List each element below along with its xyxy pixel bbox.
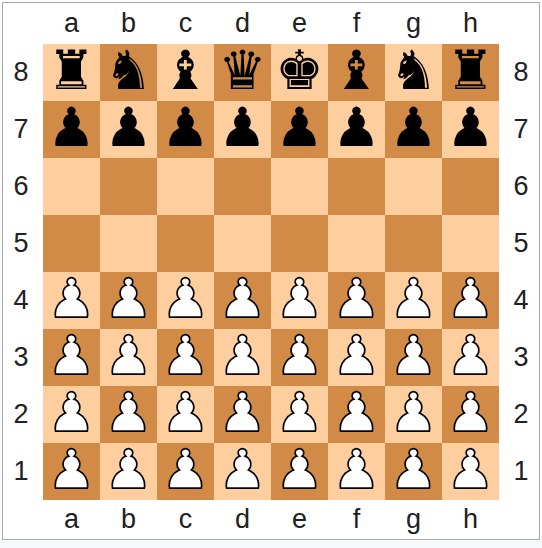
rank-label-left-2: 2 xyxy=(0,386,42,443)
rank-label-left-4: 4 xyxy=(0,272,42,329)
black-pawn-piece: ♟ xyxy=(47,101,95,155)
square-f3: ♟ xyxy=(328,329,385,386)
white-pawn-piece: ♟ xyxy=(218,272,266,326)
rank-labels-left: 87654321 xyxy=(0,44,42,500)
square-c3: ♟ xyxy=(157,329,214,386)
rank-label-left-6: 6 xyxy=(0,158,42,215)
white-pawn-piece: ♟ xyxy=(47,272,95,326)
rank-label-right-3: 3 xyxy=(500,329,542,386)
black-pawn-piece: ♟ xyxy=(389,101,437,155)
square-b4: ♟ xyxy=(100,272,157,329)
white-pawn-piece: ♟ xyxy=(332,443,380,497)
file-label-bottom-f: f xyxy=(328,502,385,536)
rank-label-right-6: 6 xyxy=(500,158,542,215)
file-label-top-a: a xyxy=(43,4,100,42)
square-d7: ♟ xyxy=(214,101,271,158)
rank-label-right-2: 2 xyxy=(500,386,542,443)
file-label-bottom-a: a xyxy=(43,502,100,536)
square-a8: ♜ xyxy=(43,44,100,101)
black-knight-piece: ♞ xyxy=(389,44,437,98)
square-h8: ♜ xyxy=(442,44,499,101)
white-pawn-piece: ♟ xyxy=(332,329,380,383)
square-a7: ♟ xyxy=(43,101,100,158)
white-pawn-piece: ♟ xyxy=(104,443,152,497)
square-h2: ♟ xyxy=(442,386,499,443)
square-h6 xyxy=(442,158,499,215)
rank-label-left-7: 7 xyxy=(0,101,42,158)
square-f4: ♟ xyxy=(328,272,385,329)
file-label-top-c: c xyxy=(157,4,214,42)
square-f6 xyxy=(328,158,385,215)
black-rook-piece: ♜ xyxy=(47,44,95,98)
white-pawn-piece: ♟ xyxy=(104,329,152,383)
square-g6 xyxy=(385,158,442,215)
white-pawn-piece: ♟ xyxy=(47,443,95,497)
square-g8: ♞ xyxy=(385,44,442,101)
file-labels-bottom: abcdefgh xyxy=(43,502,499,536)
file-label-bottom-e: e xyxy=(271,502,328,536)
file-labels-top: abcdefgh xyxy=(43,4,499,42)
square-a1: ♟ xyxy=(43,443,100,500)
white-pawn-piece: ♟ xyxy=(218,329,266,383)
square-b2: ♟ xyxy=(100,386,157,443)
square-b3: ♟ xyxy=(100,329,157,386)
rank-label-left-8: 8 xyxy=(0,44,42,101)
white-pawn-piece: ♟ xyxy=(389,386,437,440)
rank-label-left-1: 1 xyxy=(0,443,42,500)
black-king-piece: ♚ xyxy=(275,44,323,98)
white-pawn-piece: ♟ xyxy=(104,386,152,440)
file-label-bottom-c: c xyxy=(157,502,214,536)
white-pawn-piece: ♟ xyxy=(275,272,323,326)
white-pawn-piece: ♟ xyxy=(389,329,437,383)
square-h1: ♟ xyxy=(442,443,499,500)
file-label-bottom-g: g xyxy=(385,502,442,536)
square-b6 xyxy=(100,158,157,215)
square-a5 xyxy=(43,215,100,272)
square-f5 xyxy=(328,215,385,272)
black-pawn-piece: ♟ xyxy=(332,101,380,155)
square-h5 xyxy=(442,215,499,272)
white-pawn-piece: ♟ xyxy=(218,386,266,440)
square-d3: ♟ xyxy=(214,329,271,386)
rank-label-left-3: 3 xyxy=(0,329,42,386)
white-pawn-piece: ♟ xyxy=(161,272,209,326)
square-c1: ♟ xyxy=(157,443,214,500)
page-background-strip xyxy=(0,541,542,548)
square-d1: ♟ xyxy=(214,443,271,500)
white-pawn-piece: ♟ xyxy=(275,443,323,497)
square-e7: ♟ xyxy=(271,101,328,158)
square-e3: ♟ xyxy=(271,329,328,386)
square-f8: ♝ xyxy=(328,44,385,101)
square-c2: ♟ xyxy=(157,386,214,443)
white-pawn-piece: ♟ xyxy=(104,272,152,326)
black-pawn-piece: ♟ xyxy=(275,101,323,155)
white-pawn-piece: ♟ xyxy=(161,386,209,440)
file-label-top-f: f xyxy=(328,4,385,42)
white-pawn-piece: ♟ xyxy=(275,386,323,440)
black-bishop-piece: ♝ xyxy=(161,44,209,98)
file-label-top-g: g xyxy=(385,4,442,42)
square-c7: ♟ xyxy=(157,101,214,158)
white-pawn-piece: ♟ xyxy=(332,272,380,326)
square-d2: ♟ xyxy=(214,386,271,443)
square-e5 xyxy=(271,215,328,272)
rank-label-left-5: 5 xyxy=(0,215,42,272)
square-b1: ♟ xyxy=(100,443,157,500)
square-c4: ♟ xyxy=(157,272,214,329)
square-c5 xyxy=(157,215,214,272)
black-pawn-piece: ♟ xyxy=(104,101,152,155)
black-knight-piece: ♞ xyxy=(104,44,152,98)
square-f1: ♟ xyxy=(328,443,385,500)
white-pawn-piece: ♟ xyxy=(218,443,266,497)
black-pawn-piece: ♟ xyxy=(446,101,494,155)
rank-label-right-5: 5 xyxy=(500,215,542,272)
file-label-top-d: d xyxy=(214,4,271,42)
square-b7: ♟ xyxy=(100,101,157,158)
rank-label-right-7: 7 xyxy=(500,101,542,158)
square-e2: ♟ xyxy=(271,386,328,443)
square-d6 xyxy=(214,158,271,215)
square-a2: ♟ xyxy=(43,386,100,443)
rank-labels-right: 87654321 xyxy=(500,44,542,500)
square-h3: ♟ xyxy=(442,329,499,386)
square-h7: ♟ xyxy=(442,101,499,158)
square-b5 xyxy=(100,215,157,272)
square-f2: ♟ xyxy=(328,386,385,443)
white-pawn-piece: ♟ xyxy=(161,329,209,383)
square-a4: ♟ xyxy=(43,272,100,329)
square-b8: ♞ xyxy=(100,44,157,101)
black-bishop-piece: ♝ xyxy=(332,44,380,98)
square-g5 xyxy=(385,215,442,272)
square-g2: ♟ xyxy=(385,386,442,443)
white-pawn-piece: ♟ xyxy=(47,329,95,383)
square-e4: ♟ xyxy=(271,272,328,329)
white-pawn-piece: ♟ xyxy=(446,386,494,440)
square-a3: ♟ xyxy=(43,329,100,386)
square-c8: ♝ xyxy=(157,44,214,101)
square-d5 xyxy=(214,215,271,272)
white-pawn-piece: ♟ xyxy=(332,386,380,440)
file-label-top-e: e xyxy=(271,4,328,42)
square-e8: ♚ xyxy=(271,44,328,101)
square-d4: ♟ xyxy=(214,272,271,329)
square-e1: ♟ xyxy=(271,443,328,500)
square-a6 xyxy=(43,158,100,215)
square-g7: ♟ xyxy=(385,101,442,158)
file-label-top-h: h xyxy=(442,4,499,42)
square-e6 xyxy=(271,158,328,215)
white-pawn-piece: ♟ xyxy=(446,443,494,497)
black-pawn-piece: ♟ xyxy=(161,101,209,155)
white-pawn-piece: ♟ xyxy=(389,272,437,326)
white-pawn-piece: ♟ xyxy=(47,386,95,440)
square-c6 xyxy=(157,158,214,215)
black-pawn-piece: ♟ xyxy=(218,101,266,155)
black-queen-piece: ♛ xyxy=(218,44,266,98)
white-pawn-piece: ♟ xyxy=(446,329,494,383)
square-g3: ♟ xyxy=(385,329,442,386)
square-f7: ♟ xyxy=(328,101,385,158)
file-label-bottom-b: b xyxy=(100,502,157,536)
black-rook-piece: ♜ xyxy=(446,44,494,98)
file-label-top-b: b xyxy=(100,4,157,42)
square-g1: ♟ xyxy=(385,443,442,500)
file-label-bottom-h: h xyxy=(442,502,499,536)
white-pawn-piece: ♟ xyxy=(161,443,209,497)
square-d8: ♛ xyxy=(214,44,271,101)
file-label-bottom-d: d xyxy=(214,502,271,536)
chess-board: ♜♞♝♛♚♝♞♜♟♟♟♟♟♟♟♟♟♟♟♟♟♟♟♟♟♟♟♟♟♟♟♟♟♟♟♟♟♟♟♟… xyxy=(43,44,499,500)
square-h4: ♟ xyxy=(442,272,499,329)
rank-label-right-8: 8 xyxy=(500,44,542,101)
white-pawn-piece: ♟ xyxy=(446,272,494,326)
white-pawn-piece: ♟ xyxy=(389,443,437,497)
white-pawn-piece: ♟ xyxy=(275,329,323,383)
rank-label-right-4: 4 xyxy=(500,272,542,329)
rank-label-right-1: 1 xyxy=(500,443,542,500)
square-g4: ♟ xyxy=(385,272,442,329)
